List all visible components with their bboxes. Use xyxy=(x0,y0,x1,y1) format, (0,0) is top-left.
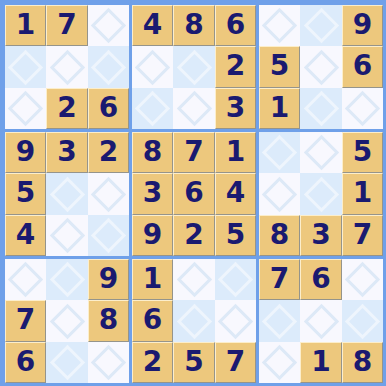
cell-r2c5[interactable] xyxy=(173,46,215,88)
given-digit: 1 xyxy=(16,11,35,39)
given-digit: 1 xyxy=(270,94,289,122)
cell-r8c2[interactable] xyxy=(46,300,88,342)
given-digit: 9 xyxy=(99,265,118,293)
cell-r3c6: 3 xyxy=(215,88,256,129)
given-digit: 2 xyxy=(143,348,162,376)
cell-r9c3[interactable] xyxy=(88,342,129,383)
given-digit: 4 xyxy=(16,221,35,249)
cell-r5c7[interactable] xyxy=(259,173,300,215)
given-digit: 1 xyxy=(226,138,245,166)
cell-r6c3[interactable] xyxy=(88,215,129,256)
cell-r1c6: 6 xyxy=(215,5,256,46)
cell-r1c7[interactable] xyxy=(259,5,300,46)
cell-r5c2[interactable] xyxy=(46,173,88,215)
given-digit: 2 xyxy=(99,138,118,166)
cell-r6c5: 2 xyxy=(173,215,215,256)
cell-r6c4: 9 xyxy=(132,215,173,256)
cell-r7c7: 7 xyxy=(259,259,300,300)
cell-r4c8[interactable] xyxy=(300,132,342,173)
cell-r5c9: 1 xyxy=(342,173,383,215)
cell-r3c1[interactable] xyxy=(5,88,46,129)
cell-r6c7: 8 xyxy=(259,215,300,256)
cell-r3c9[interactable] xyxy=(342,88,383,129)
cell-r7c3: 9 xyxy=(88,259,129,300)
cell-r7c5[interactable] xyxy=(173,259,215,300)
cell-r4c3: 2 xyxy=(88,132,129,173)
cell-r7c8: 6 xyxy=(300,259,342,300)
cell-r9c8: 1 xyxy=(300,342,342,383)
cell-r2c9: 6 xyxy=(342,46,383,88)
given-digit: 8 xyxy=(270,221,289,249)
given-digit: 5 xyxy=(353,138,372,166)
cell-r4c6: 1 xyxy=(215,132,256,173)
given-digit: 9 xyxy=(143,221,162,249)
given-digit: 6 xyxy=(143,306,162,334)
given-digit: 6 xyxy=(353,52,372,80)
cell-r6c2[interactable] xyxy=(46,215,88,256)
cell-r3c2: 2 xyxy=(46,88,88,129)
cell-r8c1: 7 xyxy=(5,300,46,342)
cell-r8c6[interactable] xyxy=(215,300,256,342)
cell-r4c5: 7 xyxy=(173,132,215,173)
cell-r7c1[interactable] xyxy=(5,259,46,300)
given-digit: 1 xyxy=(311,348,330,376)
given-digit: 6 xyxy=(311,265,330,293)
given-digit: 7 xyxy=(16,306,35,334)
cell-r6c8: 3 xyxy=(300,215,342,256)
given-digit: 4 xyxy=(143,11,162,39)
given-digit: 9 xyxy=(353,11,372,39)
cell-r8c4: 6 xyxy=(132,300,173,342)
given-digit: 6 xyxy=(99,94,118,122)
cell-r4c1: 9 xyxy=(5,132,46,173)
cell-r5c1: 5 xyxy=(5,173,46,215)
cell-r1c8[interactable] xyxy=(300,5,342,46)
given-digit: 8 xyxy=(353,348,372,376)
cell-r9c2[interactable] xyxy=(46,342,88,383)
given-digit: 1 xyxy=(143,265,162,293)
cell-r4c9: 5 xyxy=(342,132,383,173)
cell-r4c4: 8 xyxy=(132,132,173,173)
given-digit: 3 xyxy=(311,221,330,249)
cell-r7c6[interactable] xyxy=(215,259,256,300)
cell-r1c2: 7 xyxy=(46,5,88,46)
sudoku-board: 1748692562631932871553641492583791767866… xyxy=(0,0,386,386)
cell-r2c3[interactable] xyxy=(88,46,129,88)
given-digit: 5 xyxy=(226,221,245,249)
cell-r3c3: 6 xyxy=(88,88,129,129)
given-digit: 5 xyxy=(270,52,289,80)
cell-r5c4: 3 xyxy=(132,173,173,215)
given-digit: 7 xyxy=(184,138,203,166)
cell-r9c7[interactable] xyxy=(259,342,300,383)
cell-r3c8[interactable] xyxy=(300,88,342,129)
given-digit: 6 xyxy=(16,348,35,376)
cell-r5c3[interactable] xyxy=(88,173,129,215)
given-digit: 6 xyxy=(184,179,203,207)
cell-r1c3[interactable] xyxy=(88,5,129,46)
cell-r9c5: 5 xyxy=(173,342,215,383)
given-digit: 3 xyxy=(143,179,162,207)
cell-r6c6: 5 xyxy=(215,215,256,256)
cell-r9c9: 8 xyxy=(342,342,383,383)
given-digit: 2 xyxy=(226,52,245,80)
cell-r9c6: 7 xyxy=(215,342,256,383)
cell-r5c6: 4 xyxy=(215,173,256,215)
given-digit: 8 xyxy=(184,11,203,39)
given-digit: 7 xyxy=(353,221,372,249)
given-digit: 9 xyxy=(16,138,35,166)
cell-r8c5[interactable] xyxy=(173,300,215,342)
cell-r2c2[interactable] xyxy=(46,46,88,88)
given-digit: 7 xyxy=(270,265,289,293)
given-digit: 5 xyxy=(16,179,35,207)
cell-r9c4: 2 xyxy=(132,342,173,383)
given-digit: 1 xyxy=(353,179,372,207)
cell-r9c1: 6 xyxy=(5,342,46,383)
given-digit: 7 xyxy=(57,11,76,39)
cell-r2c4[interactable] xyxy=(132,46,173,88)
cell-r8c8[interactable] xyxy=(300,300,342,342)
given-digit: 7 xyxy=(226,348,245,376)
cell-r1c9: 9 xyxy=(342,5,383,46)
cell-r2c8[interactable] xyxy=(300,46,342,88)
cell-r7c4: 1 xyxy=(132,259,173,300)
given-digit: 6 xyxy=(226,11,245,39)
given-digit: 5 xyxy=(184,348,203,376)
given-digit: 8 xyxy=(99,306,118,334)
given-digit: 2 xyxy=(184,221,203,249)
cell-r3c7: 1 xyxy=(259,88,300,129)
cell-r3c5[interactable] xyxy=(173,88,215,129)
cell-r8c3: 8 xyxy=(88,300,129,342)
cell-r6c9: 7 xyxy=(342,215,383,256)
cell-r2c1[interactable] xyxy=(5,46,46,88)
cell-r7c2[interactable] xyxy=(46,259,88,300)
cell-r5c5: 6 xyxy=(173,173,215,215)
cell-r4c7[interactable] xyxy=(259,132,300,173)
cell-r4c2: 3 xyxy=(46,132,88,173)
cell-r3c4[interactable] xyxy=(132,88,173,129)
cell-r7c9[interactable] xyxy=(342,259,383,300)
cell-r1c1: 1 xyxy=(5,5,46,46)
cell-r2c6: 2 xyxy=(215,46,256,88)
cell-r2c7: 5 xyxy=(259,46,300,88)
cell-r8c9[interactable] xyxy=(342,300,383,342)
cell-r6c1: 4 xyxy=(5,215,46,256)
given-digit: 3 xyxy=(57,138,76,166)
given-digit: 4 xyxy=(226,179,245,207)
cell-r1c5: 8 xyxy=(173,5,215,46)
cell-r5c8[interactable] xyxy=(300,173,342,215)
given-digit: 8 xyxy=(143,138,162,166)
given-digit: 2 xyxy=(57,94,76,122)
cell-r1c4: 4 xyxy=(132,5,173,46)
given-digit: 3 xyxy=(226,94,245,122)
cell-r8c7[interactable] xyxy=(259,300,300,342)
